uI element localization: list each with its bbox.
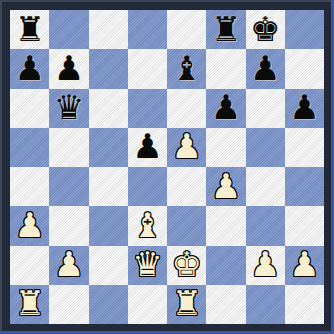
square-d6[interactable] [128,89,167,128]
square-a3[interactable]: ♟ [10,206,49,245]
piece-black-pawn-a7[interactable]: ♟ [14,51,44,85]
piece-white-pawn-a3[interactable]: ♟ [14,208,44,242]
piece-white-pawn-f4[interactable]: ♟ [211,169,241,203]
square-b5[interactable] [49,128,88,167]
piece-white-pawn-e5[interactable]: ♟ [171,129,201,163]
piece-white-pawn-b2[interactable]: ♟ [54,247,84,281]
piece-black-pawn-h6[interactable]: ♟ [289,90,319,124]
square-e8[interactable] [167,10,206,49]
square-h6[interactable]: ♟ [285,89,324,128]
square-e6[interactable] [167,89,206,128]
square-c4[interactable] [89,167,128,206]
square-h7[interactable] [285,49,324,88]
piece-black-pawn-d5[interactable]: ♟ [132,129,162,163]
piece-black-pawn-b7[interactable]: ♟ [54,51,84,85]
piece-white-rook-e1[interactable]: ♜ [171,286,201,320]
square-d2[interactable]: ♛ [128,246,167,285]
square-d8[interactable] [128,10,167,49]
square-e3[interactable] [167,206,206,245]
square-f2[interactable] [206,246,245,285]
square-e4[interactable] [167,167,206,206]
square-c7[interactable] [89,49,128,88]
square-c5[interactable] [89,128,128,167]
square-c2[interactable] [89,246,128,285]
square-f8[interactable]: ♜ [206,10,245,49]
square-d4[interactable] [128,167,167,206]
square-g2[interactable]: ♟ [246,246,285,285]
square-a5[interactable] [10,128,49,167]
piece-black-pawn-f6[interactable]: ♟ [211,90,241,124]
square-c6[interactable] [89,89,128,128]
piece-white-pawn-g2[interactable]: ♟ [250,247,280,281]
piece-black-rook-a8[interactable]: ♜ [14,12,44,46]
piece-black-king-g8[interactable]: ♚ [250,12,280,46]
square-e2[interactable]: ♚ [167,246,206,285]
square-g3[interactable] [246,206,285,245]
piece-black-rook-f8[interactable]: ♜ [211,12,241,46]
piece-black-bishop-e7[interactable]: ♝ [171,51,201,85]
square-b6[interactable]: ♛ [49,89,88,128]
square-h5[interactable] [285,128,324,167]
square-b8[interactable] [49,10,88,49]
square-g4[interactable] [246,167,285,206]
square-g1[interactable] [246,285,285,324]
square-f3[interactable] [206,206,245,245]
square-a2[interactable] [10,246,49,285]
square-g5[interactable] [246,128,285,167]
piece-white-king-e2[interactable]: ♚ [171,247,201,281]
piece-white-pawn-h2[interactable]: ♟ [289,247,319,281]
square-a1[interactable]: ♜ [10,285,49,324]
square-e1[interactable]: ♜ [167,285,206,324]
square-h2[interactable]: ♟ [285,246,324,285]
square-h8[interactable] [285,10,324,49]
piece-black-queen-b6[interactable]: ♛ [54,90,84,124]
square-d5[interactable]: ♟ [128,128,167,167]
square-a7[interactable]: ♟ [10,49,49,88]
square-h3[interactable] [285,206,324,245]
square-f6[interactable]: ♟ [206,89,245,128]
square-g6[interactable] [246,89,285,128]
square-f7[interactable] [206,49,245,88]
square-c8[interactable] [89,10,128,49]
square-b3[interactable] [49,206,88,245]
square-f1[interactable] [206,285,245,324]
chess-board: ♜♜♚♟♟♝♟♛♟♟♟♟♟♟♝♟♛♚♟♟♜♜ [10,10,324,324]
square-d1[interactable] [128,285,167,324]
square-e7[interactable]: ♝ [167,49,206,88]
piece-white-queen-d2[interactable]: ♛ [132,247,162,281]
square-h4[interactable] [285,167,324,206]
square-a8[interactable]: ♜ [10,10,49,49]
square-b2[interactable]: ♟ [49,246,88,285]
square-d7[interactable] [128,49,167,88]
square-e5[interactable]: ♟ [167,128,206,167]
square-g8[interactable]: ♚ [246,10,285,49]
board-frame: ♜♜♚♟♟♝♟♛♟♟♟♟♟♟♝♟♛♚♟♟♜♜ [0,0,334,334]
square-g7[interactable]: ♟ [246,49,285,88]
square-a4[interactable] [10,167,49,206]
square-c1[interactable] [89,285,128,324]
square-b4[interactable] [49,167,88,206]
square-f4[interactable]: ♟ [206,167,245,206]
square-b7[interactable]: ♟ [49,49,88,88]
square-h1[interactable] [285,285,324,324]
square-b1[interactable] [49,285,88,324]
piece-white-rook-a1[interactable]: ♜ [14,286,44,320]
piece-black-pawn-g7[interactable]: ♟ [250,51,280,85]
square-f5[interactable] [206,128,245,167]
square-c3[interactable] [89,206,128,245]
square-d3[interactable]: ♝ [128,206,167,245]
piece-white-bishop-d3[interactable]: ♝ [132,208,162,242]
square-a6[interactable] [10,89,49,128]
